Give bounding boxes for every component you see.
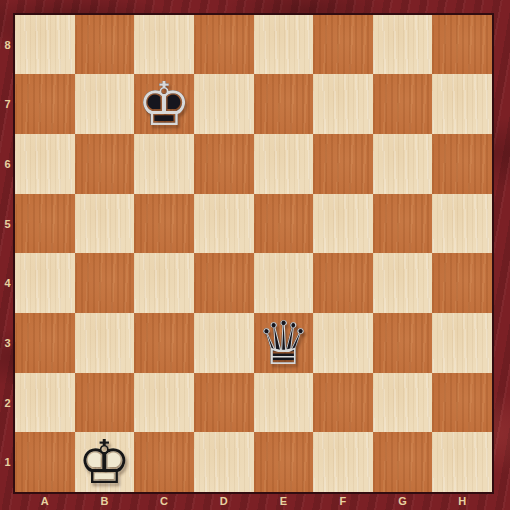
square-c8[interactable] [134,15,194,74]
white-king-outline: ♔ [78,432,132,492]
square-h1[interactable] [432,432,492,492]
rank-label-3: 3 [0,313,15,373]
rank-labels: 87654321 [0,15,15,492]
square-d6[interactable] [194,134,254,193]
rank-label-8: 8 [0,15,15,75]
rank-label-5: 5 [0,194,15,254]
square-h2[interactable] [432,373,492,432]
file-label-e: E [254,492,314,510]
square-g3[interactable] [373,313,433,373]
square-h5[interactable] [432,194,492,253]
square-d3[interactable] [194,313,254,373]
square-b4[interactable] [75,253,135,312]
square-b3[interactable] [75,313,135,373]
square-b7[interactable] [75,74,135,134]
black-queen[interactable]: ♛♕ [254,313,314,373]
rank-label-2: 2 [0,373,15,433]
square-f5[interactable] [313,194,373,253]
square-f7[interactable] [313,74,373,134]
square-f1[interactable] [313,432,373,492]
square-a1[interactable] [15,432,75,492]
square-b1[interactable]: ♚♔ [75,432,135,492]
square-g5[interactable] [373,194,433,253]
file-label-a: A [15,492,75,510]
black-king[interactable]: ♚♔ [134,74,194,134]
square-e2[interactable] [254,373,314,432]
square-g8[interactable] [373,15,433,74]
square-d7[interactable] [194,74,254,134]
chess-board: ♚♔♛♕♚♔ [15,15,492,492]
square-a5[interactable] [15,194,75,253]
square-f8[interactable] [313,15,373,74]
square-h4[interactable] [432,253,492,312]
square-e3[interactable]: ♛♕ [254,313,314,373]
square-a7[interactable] [15,74,75,134]
square-c2[interactable] [134,373,194,432]
square-c3[interactable] [134,313,194,373]
white-king[interactable]: ♚♔ [75,432,135,492]
square-c4[interactable] [134,253,194,312]
square-g1[interactable] [373,432,433,492]
board-frame: ♚♔♛♕♚♔ 87654321 ABCDEFGH [0,0,510,510]
square-b5[interactable] [75,194,135,253]
square-f2[interactable] [313,373,373,432]
square-h7[interactable] [432,74,492,134]
square-a6[interactable] [15,134,75,193]
square-d1[interactable] [194,432,254,492]
square-f3[interactable] [313,313,373,373]
black-king-outline: ♔ [137,74,191,134]
square-e4[interactable] [254,253,314,312]
square-g2[interactable] [373,373,433,432]
square-h8[interactable] [432,15,492,74]
square-b8[interactable] [75,15,135,74]
file-labels: ABCDEFGH [15,492,492,510]
square-h3[interactable] [432,313,492,373]
file-label-f: F [313,492,373,510]
square-b2[interactable] [75,373,135,432]
square-e7[interactable] [254,74,314,134]
square-d8[interactable] [194,15,254,74]
square-d4[interactable] [194,253,254,312]
file-label-g: G [373,492,433,510]
square-b6[interactable] [75,134,135,193]
square-f4[interactable] [313,253,373,312]
square-c6[interactable] [134,134,194,193]
square-c7[interactable]: ♚♔ [134,74,194,134]
square-g6[interactable] [373,134,433,193]
square-c1[interactable] [134,432,194,492]
square-a3[interactable] [15,313,75,373]
file-label-h: H [432,492,492,510]
square-e1[interactable] [254,432,314,492]
rank-label-6: 6 [0,134,15,194]
square-d2[interactable] [194,373,254,432]
rank-label-4: 4 [0,254,15,314]
square-d5[interactable] [194,194,254,253]
square-f6[interactable] [313,134,373,193]
square-e5[interactable] [254,194,314,253]
square-c5[interactable] [134,194,194,253]
rank-label-7: 7 [0,75,15,135]
square-g4[interactable] [373,253,433,312]
rank-label-1: 1 [0,432,15,492]
black-queen-outline: ♕ [256,313,310,373]
file-label-d: D [194,492,254,510]
square-h6[interactable] [432,134,492,193]
square-e8[interactable] [254,15,314,74]
square-e6[interactable] [254,134,314,193]
square-a2[interactable] [15,373,75,432]
square-a4[interactable] [15,253,75,312]
file-label-c: C [134,492,194,510]
square-a8[interactable] [15,15,75,74]
square-g7[interactable] [373,74,433,134]
file-label-b: B [75,492,135,510]
